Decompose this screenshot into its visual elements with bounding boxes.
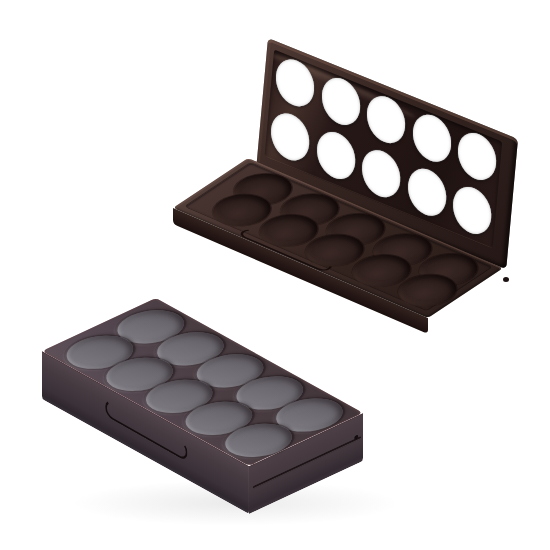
hinge-pin	[503, 277, 509, 282]
lid-pan-hole	[456, 127, 498, 187]
lid-pan-hole	[365, 90, 407, 150]
lid-pan-hole	[360, 144, 402, 204]
lid-pan-hole	[274, 53, 316, 113]
lid-pan-hole	[406, 162, 448, 222]
lid-pan-hole	[451, 181, 493, 241]
lid-pan-hole	[269, 107, 311, 167]
lid-pan-hole	[411, 108, 453, 168]
lid-pan-hole	[315, 125, 357, 185]
product-photo-scene	[0, 0, 550, 550]
